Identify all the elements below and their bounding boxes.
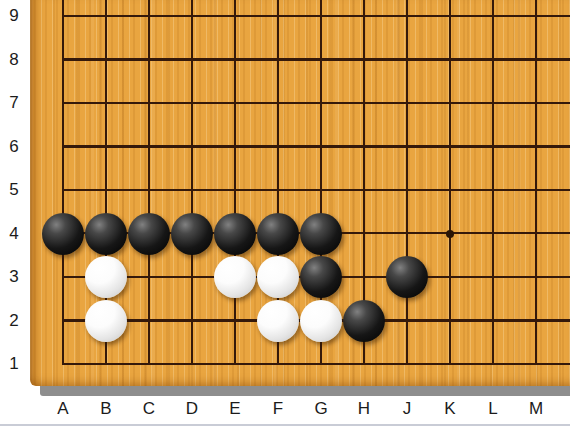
white-stone-e3[interactable] bbox=[214, 256, 256, 298]
black-stone-a4[interactable] bbox=[42, 213, 84, 255]
row-label-7: 7 bbox=[0, 92, 28, 114]
row-label-6: 6 bbox=[0, 136, 28, 158]
white-stone-f3[interactable] bbox=[257, 256, 299, 298]
black-stone-g4[interactable] bbox=[300, 213, 342, 255]
black-stone-j3[interactable] bbox=[386, 256, 428, 298]
col-label-j: J bbox=[393, 398, 421, 420]
stones-grid bbox=[42, 0, 558, 386]
board-shadow bbox=[40, 386, 570, 396]
row-label-1: 1 bbox=[0, 353, 28, 375]
row-label-3: 3 bbox=[0, 266, 28, 288]
row-label-5: 5 bbox=[0, 179, 28, 201]
star-point-k4 bbox=[446, 230, 454, 238]
row-label-4: 4 bbox=[0, 223, 28, 245]
col-label-e: E bbox=[221, 398, 249, 420]
row-label-9: 9 bbox=[0, 5, 28, 27]
white-stone-f2[interactable] bbox=[257, 300, 299, 342]
col-label-f: F bbox=[264, 398, 292, 420]
bottom-divider bbox=[0, 424, 570, 426]
black-stone-c4[interactable] bbox=[128, 213, 170, 255]
col-label-c: C bbox=[135, 398, 163, 420]
row-label-2: 2 bbox=[0, 310, 28, 332]
col-label-d: D bbox=[178, 398, 206, 420]
white-stone-g2[interactable] bbox=[300, 300, 342, 342]
black-stone-g3[interactable] bbox=[300, 256, 342, 298]
col-label-a: A bbox=[49, 398, 77, 420]
white-stone-b3[interactable] bbox=[85, 256, 127, 298]
black-stone-b4[interactable] bbox=[85, 213, 127, 255]
col-label-g: G bbox=[307, 398, 335, 420]
col-label-m: M bbox=[522, 398, 550, 420]
col-label-l: L bbox=[479, 398, 507, 420]
col-label-b: B bbox=[92, 398, 120, 420]
go-diagram: 987654321 ABCDEFGHJKLM bbox=[0, 0, 570, 430]
col-label-k: K bbox=[436, 398, 464, 420]
black-stone-f4[interactable] bbox=[257, 213, 299, 255]
col-label-h: H bbox=[350, 398, 378, 420]
black-stone-d4[interactable] bbox=[171, 213, 213, 255]
black-stone-e4[interactable] bbox=[214, 213, 256, 255]
row-label-8: 8 bbox=[0, 49, 28, 71]
white-stone-b2[interactable] bbox=[85, 300, 127, 342]
black-stone-h2[interactable] bbox=[343, 300, 385, 342]
